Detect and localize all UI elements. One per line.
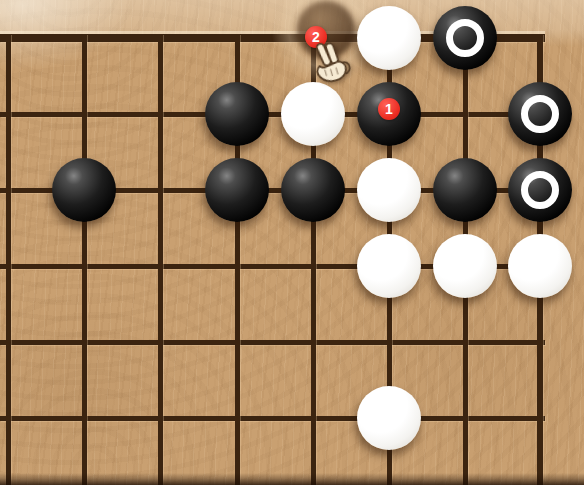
board-bottom-edge-shade bbox=[0, 473, 584, 485]
white-stone bbox=[357, 386, 421, 450]
black-stone bbox=[205, 82, 269, 146]
go-board-surface[interactable]: 21 bbox=[0, 0, 584, 485]
black-stone bbox=[281, 158, 345, 222]
white-stone bbox=[281, 82, 345, 146]
white-stone bbox=[357, 6, 421, 70]
white-stone bbox=[357, 234, 421, 298]
move-1-badge: 1 bbox=[378, 98, 400, 120]
capture-marker-ring-icon bbox=[521, 95, 559, 133]
black-stone bbox=[433, 158, 497, 222]
black-stone-marked bbox=[433, 6, 497, 70]
black-stone-marked bbox=[508, 158, 572, 222]
capture-marker-ring-icon bbox=[521, 171, 559, 209]
white-stone bbox=[433, 234, 497, 298]
black-stone bbox=[205, 158, 269, 222]
white-stone bbox=[508, 234, 572, 298]
grid-line-vertical bbox=[82, 34, 87, 485]
black-stone-marked bbox=[508, 82, 572, 146]
black-stone bbox=[52, 158, 116, 222]
white-stone bbox=[357, 158, 421, 222]
grid-line-vertical bbox=[6, 34, 11, 485]
capture-marker-ring-icon bbox=[446, 19, 484, 57]
grid-line-vertical bbox=[158, 34, 163, 485]
